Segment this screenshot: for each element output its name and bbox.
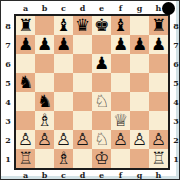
square-d5[interactable] xyxy=(73,73,92,92)
rank-label-8: 8 xyxy=(171,16,180,35)
rank-label-7: 7 xyxy=(171,35,180,54)
white-pawn-h2[interactable]: ♙ xyxy=(151,130,166,149)
file-label-e: e xyxy=(92,169,111,180)
square-f7[interactable]: ♟ xyxy=(111,35,130,54)
rank-label-4: 4 xyxy=(171,92,180,111)
file-label-f: f xyxy=(111,2,130,14)
square-e7[interactable] xyxy=(92,35,111,54)
square-a7[interactable]: ♟ xyxy=(16,35,35,54)
file-label-a: a xyxy=(16,169,35,180)
file-label-e: e xyxy=(92,2,111,14)
rank-labels-left: 87654321 xyxy=(3,16,13,168)
square-g8[interactable] xyxy=(130,16,149,35)
black-pawn-a7[interactable]: ♟ xyxy=(18,35,33,54)
rank-label-2: 2 xyxy=(171,130,180,149)
square-a5[interactable]: ♞ xyxy=(16,73,35,92)
square-e8[interactable]: ♚ xyxy=(92,16,111,35)
black-pawn-g7[interactable]: ♟ xyxy=(132,35,147,54)
white-pawn-b2[interactable]: ♙ xyxy=(37,130,52,149)
square-h5[interactable] xyxy=(149,73,168,92)
board: ♜♝♛♚♝♜♟♟♟♟♟♟♟♞♞♘♗♕♙♙♙♙♘♙♙♙♖♗♔♖ xyxy=(14,14,170,170)
square-d7[interactable] xyxy=(73,35,92,54)
file-label-a: a xyxy=(16,2,35,14)
file-label-b: b xyxy=(35,2,54,14)
square-a2[interactable]: ♙ xyxy=(16,130,35,149)
square-d1[interactable] xyxy=(73,149,92,168)
black-queen-d8[interactable]: ♛ xyxy=(75,16,90,35)
square-d8[interactable]: ♛ xyxy=(73,16,92,35)
square-d3[interactable] xyxy=(73,111,92,130)
square-e4[interactable]: ♘ xyxy=(92,92,111,111)
square-e5[interactable] xyxy=(92,73,111,92)
black-to-move-indicator-icon xyxy=(162,2,175,15)
white-pawn-f2[interactable]: ♙ xyxy=(113,130,128,149)
rank-label-1: 1 xyxy=(3,149,13,168)
square-h4[interactable] xyxy=(149,92,168,111)
square-d4[interactable] xyxy=(73,92,92,111)
square-b2[interactable]: ♙ xyxy=(35,130,54,149)
square-b8[interactable] xyxy=(35,16,54,35)
file-label-h: h xyxy=(149,169,168,180)
square-f8[interactable]: ♝ xyxy=(111,16,130,35)
white-queen-f3[interactable]: ♕ xyxy=(113,111,128,130)
black-rook-h8[interactable]: ♜ xyxy=(151,16,166,35)
square-c3[interactable] xyxy=(54,111,73,130)
white-bishop-b3[interactable]: ♗ xyxy=(37,111,52,130)
square-c7[interactable]: ♟ xyxy=(54,35,73,54)
rank-label-5: 5 xyxy=(3,73,13,92)
square-g2[interactable]: ♙ xyxy=(130,130,149,149)
square-g3[interactable] xyxy=(130,111,149,130)
square-e2[interactable]: ♘ xyxy=(92,130,111,149)
square-b6[interactable] xyxy=(35,54,54,73)
rank-label-3: 3 xyxy=(171,111,180,130)
square-c8[interactable]: ♝ xyxy=(54,16,73,35)
square-b5[interactable] xyxy=(35,73,54,92)
black-king-e8[interactable]: ♚ xyxy=(94,16,109,35)
square-g1[interactable] xyxy=(130,149,149,168)
file-label-d: d xyxy=(73,169,92,180)
rank-label-7: 7 xyxy=(3,35,13,54)
rank-label-6: 6 xyxy=(3,54,13,73)
square-h7[interactable]: ♟ xyxy=(149,35,168,54)
square-g5[interactable] xyxy=(130,73,149,92)
file-labels-top: abcdefgh xyxy=(16,2,168,14)
white-knight-e2[interactable]: ♘ xyxy=(94,130,109,149)
black-knight-b4[interactable]: ♞ xyxy=(37,92,52,111)
black-bishop-c8[interactable]: ♝ xyxy=(56,16,71,35)
file-labels-bottom: abcdefgh xyxy=(16,169,168,180)
file-label-b: b xyxy=(35,169,54,180)
white-pawn-c2[interactable]: ♙ xyxy=(56,130,71,149)
white-rook-a1[interactable]: ♖ xyxy=(18,149,33,168)
white-rook-h1[interactable]: ♖ xyxy=(151,149,166,168)
black-bishop-f8[interactable]: ♝ xyxy=(113,16,128,35)
black-rook-a8[interactable]: ♜ xyxy=(18,16,33,35)
white-king-e1[interactable]: ♔ xyxy=(94,149,109,168)
file-label-g: g xyxy=(130,2,149,14)
square-b7[interactable]: ♟ xyxy=(35,35,54,54)
square-h8[interactable]: ♜ xyxy=(149,16,168,35)
square-d6[interactable] xyxy=(73,54,92,73)
square-h1[interactable]: ♖ xyxy=(149,149,168,168)
rank-label-4: 4 xyxy=(3,92,13,111)
square-b4[interactable]: ♞ xyxy=(35,92,54,111)
square-b1[interactable] xyxy=(35,149,54,168)
white-pawn-a2[interactable]: ♙ xyxy=(18,130,33,149)
chess-diagram: abcdefgh 87654321 ♜♝♛♚♝♜♟♟♟♟♟♟♟♞♞♘♗♕♙♙♙♙… xyxy=(0,0,180,180)
square-a6[interactable] xyxy=(16,54,35,73)
square-h6[interactable] xyxy=(149,54,168,73)
square-f2[interactable]: ♙ xyxy=(111,130,130,149)
file-label-d: d xyxy=(73,2,92,14)
square-e1[interactable]: ♔ xyxy=(92,149,111,168)
white-knight-e4[interactable]: ♘ xyxy=(94,92,109,111)
black-pawn-c7[interactable]: ♟ xyxy=(56,35,71,54)
white-pawn-d2[interactable]: ♙ xyxy=(75,130,90,149)
square-d2[interactable]: ♙ xyxy=(73,130,92,149)
square-f3[interactable]: ♕ xyxy=(111,111,130,130)
square-f1[interactable] xyxy=(111,149,130,168)
file-label-c: c xyxy=(54,169,73,180)
square-f6[interactable] xyxy=(111,54,130,73)
rank-label-2: 2 xyxy=(3,130,13,149)
file-label-f: f xyxy=(111,169,130,180)
square-e6[interactable]: ♟ xyxy=(92,54,111,73)
square-g4[interactable] xyxy=(130,92,149,111)
square-a8[interactable]: ♜ xyxy=(16,16,35,35)
square-h2[interactable]: ♙ xyxy=(149,130,168,149)
square-f5[interactable] xyxy=(111,73,130,92)
square-e3[interactable] xyxy=(92,111,111,130)
black-pawn-b7[interactable]: ♟ xyxy=(37,35,52,54)
black-pawn-h7[interactable]: ♟ xyxy=(151,35,166,54)
square-c2[interactable]: ♙ xyxy=(54,130,73,149)
black-pawn-e6[interactable]: ♟ xyxy=(94,54,109,73)
white-bishop-c1[interactable]: ♗ xyxy=(56,149,71,168)
square-a3[interactable] xyxy=(16,111,35,130)
file-label-g: g xyxy=(130,169,149,180)
square-f4[interactable] xyxy=(111,92,130,111)
rank-label-3: 3 xyxy=(3,111,13,130)
white-pawn-g2[interactable]: ♙ xyxy=(132,130,147,149)
square-h3[interactable] xyxy=(149,111,168,130)
square-c5[interactable] xyxy=(54,73,73,92)
rank-label-5: 5 xyxy=(171,73,180,92)
square-c6[interactable] xyxy=(54,54,73,73)
square-c1[interactable]: ♗ xyxy=(54,149,73,168)
square-g7[interactable]: ♟ xyxy=(130,35,149,54)
square-a1[interactable]: ♖ xyxy=(16,149,35,168)
file-label-c: c xyxy=(54,2,73,14)
rank-label-6: 6 xyxy=(171,54,180,73)
black-knight-a5[interactable]: ♞ xyxy=(18,73,33,92)
rank-label-1: 1 xyxy=(171,149,180,168)
rank-label-8: 8 xyxy=(3,16,13,35)
black-pawn-f7[interactable]: ♟ xyxy=(113,35,128,54)
square-c4[interactable] xyxy=(54,92,73,111)
rank-labels-right: 87654321 xyxy=(171,16,180,168)
square-a4[interactable] xyxy=(16,92,35,111)
square-g6[interactable] xyxy=(130,54,149,73)
square-b3[interactable]: ♗ xyxy=(35,111,54,130)
